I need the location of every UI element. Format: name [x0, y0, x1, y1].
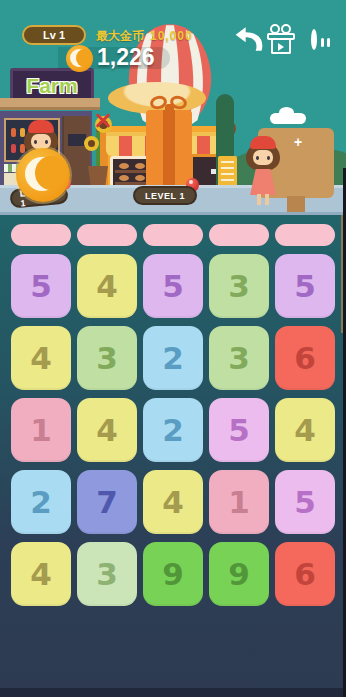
tile[interactable]: 3: [77, 542, 137, 606]
tile[interactable]: 2: [11, 470, 71, 534]
tile[interactable]: 5: [275, 254, 335, 318]
level-badge: Lv 1: [22, 25, 86, 45]
max-coin-text: 最大金币10,000: [96, 28, 193, 45]
gift-box: [146, 94, 192, 188]
big-coin-icon: [16, 148, 70, 202]
coin-icon: [66, 45, 93, 72]
tile[interactable]: 3: [209, 326, 269, 390]
bottom-shade: [0, 688, 346, 697]
tile[interactable]: 2: [143, 398, 203, 462]
game-screen: Farm +: [0, 0, 346, 697]
queue-bar: [11, 224, 71, 246]
tile[interactable]: 4: [11, 326, 71, 390]
tile[interactable]: 6: [275, 326, 335, 390]
queue-bar: [209, 224, 269, 246]
tile-grid: 5 4 5 3 5 4 3 2 3 6 1 4 2 5 4 2 7 4 1 5 …: [11, 224, 335, 606]
tile[interactable]: 4: [77, 254, 137, 318]
tile[interactable]: 4: [143, 470, 203, 534]
tile[interactable]: 4: [77, 398, 137, 462]
girl-right: [246, 136, 280, 206]
tile[interactable]: 1: [11, 398, 71, 462]
max-coin-value: 10,000: [150, 29, 193, 43]
tile[interactable]: 4: [11, 542, 71, 606]
tile[interactable]: 4: [275, 398, 335, 462]
tile[interactable]: 6: [275, 542, 335, 606]
pause-icon: [311, 29, 317, 50]
tile[interactable]: 2: [143, 326, 203, 390]
tile[interactable]: 7: [77, 470, 137, 534]
tile[interactable]: 3: [209, 254, 269, 318]
undo-button[interactable]: [234, 25, 264, 53]
sparkle-icon: +: [294, 134, 302, 150]
queue-bar: [143, 224, 203, 246]
tile[interactable]: 9: [209, 542, 269, 606]
gift-button[interactable]: [266, 24, 296, 55]
tile[interactable]: 9: [143, 542, 203, 606]
tile[interactable]: 5: [143, 254, 203, 318]
queue-bar: [275, 224, 335, 246]
max-coin-label: 最大金币: [96, 29, 144, 43]
tile[interactable]: 5: [275, 470, 335, 534]
pinwheel-icon: [92, 110, 114, 132]
sunflower-icon: [84, 136, 99, 151]
pause-button[interactable]: [300, 26, 327, 53]
tile[interactable]: 5: [209, 398, 269, 462]
queue-bar: [77, 224, 137, 246]
tile[interactable]: 3: [77, 326, 137, 390]
bakery-level-badge: LEVEL 1: [133, 186, 197, 205]
undo-icon: [234, 25, 264, 53]
cloud: [270, 113, 306, 124]
coin-count: 1,226: [97, 44, 155, 71]
tile[interactable]: 5: [11, 254, 71, 318]
tile[interactable]: 1: [209, 470, 269, 534]
